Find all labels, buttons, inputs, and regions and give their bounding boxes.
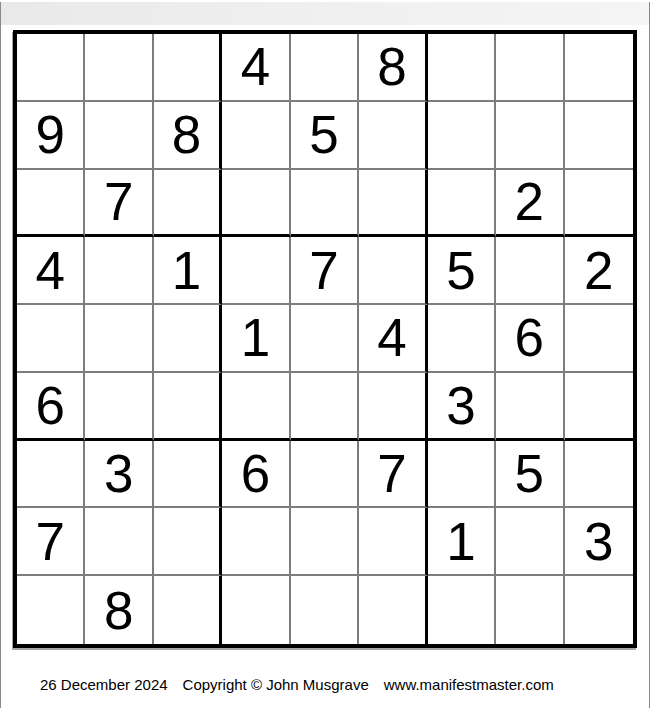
cell-r8c7[interactable]: 1 bbox=[428, 508, 496, 576]
cell-r5c7[interactable] bbox=[428, 305, 496, 373]
cell-r4c8[interactable] bbox=[496, 237, 564, 305]
cell-r1c8[interactable] bbox=[496, 34, 564, 102]
cell-r6c6[interactable] bbox=[359, 373, 427, 441]
cell-r3c3[interactable] bbox=[154, 170, 222, 238]
cell-r3c2[interactable]: 7 bbox=[85, 170, 153, 238]
cell-r5c2[interactable] bbox=[85, 305, 153, 373]
cell-r2c3[interactable]: 8 bbox=[154, 102, 222, 170]
cell-r2c7[interactable] bbox=[428, 102, 496, 170]
cell-r1c3[interactable] bbox=[154, 34, 222, 102]
cell-r1c4[interactable]: 4 bbox=[222, 34, 290, 102]
cell-r9c8[interactable] bbox=[496, 576, 564, 644]
cell-r6c2[interactable] bbox=[85, 373, 153, 441]
cell-r6c4[interactable] bbox=[222, 373, 290, 441]
cell-r7c7[interactable] bbox=[428, 441, 496, 509]
cell-r3c5[interactable] bbox=[291, 170, 359, 238]
page-header-bar bbox=[1, 2, 649, 25]
cell-r6c7[interactable]: 3 bbox=[428, 373, 496, 441]
cell-r1c5[interactable] bbox=[291, 34, 359, 102]
cell-r5c8[interactable]: 6 bbox=[496, 305, 564, 373]
cell-r6c1[interactable]: 6 bbox=[17, 373, 85, 441]
cell-r5c6[interactable]: 4 bbox=[359, 305, 427, 373]
cell-r4c6[interactable] bbox=[359, 237, 427, 305]
cell-r8c8[interactable] bbox=[496, 508, 564, 576]
cell-r7c3[interactable] bbox=[154, 441, 222, 509]
cell-r1c1[interactable] bbox=[17, 34, 85, 102]
cell-r7c5[interactable] bbox=[291, 441, 359, 509]
cell-r2c6[interactable] bbox=[359, 102, 427, 170]
cell-r3c7[interactable] bbox=[428, 170, 496, 238]
cell-r2c4[interactable] bbox=[222, 102, 290, 170]
cell-r6c9[interactable] bbox=[565, 373, 633, 441]
puzzle-date: 26 December 2024 bbox=[40, 676, 168, 693]
cell-r5c9[interactable] bbox=[565, 305, 633, 373]
cell-r1c2[interactable] bbox=[85, 34, 153, 102]
cell-r2c2[interactable] bbox=[85, 102, 153, 170]
cell-r5c1[interactable] bbox=[17, 305, 85, 373]
footer: 26 December 2024 Copyright © John Musgra… bbox=[40, 676, 554, 693]
cell-r9c1[interactable] bbox=[17, 576, 85, 644]
cell-r1c9[interactable] bbox=[565, 34, 633, 102]
cell-r8c9[interactable]: 3 bbox=[565, 508, 633, 576]
sudoku-grid: 4898572417521466336757138 bbox=[13, 30, 637, 648]
cell-r9c4[interactable] bbox=[222, 576, 290, 644]
cell-r4c7[interactable]: 5 bbox=[428, 237, 496, 305]
cell-r7c6[interactable]: 7 bbox=[359, 441, 427, 509]
cell-r4c9[interactable]: 2 bbox=[565, 237, 633, 305]
cell-r4c4[interactable] bbox=[222, 237, 290, 305]
cell-r7c1[interactable] bbox=[17, 441, 85, 509]
cell-r8c6[interactable] bbox=[359, 508, 427, 576]
cell-r7c4[interactable]: 6 bbox=[222, 441, 290, 509]
cell-r7c2[interactable]: 3 bbox=[85, 441, 153, 509]
cell-r1c7[interactable] bbox=[428, 34, 496, 102]
cell-r8c5[interactable] bbox=[291, 508, 359, 576]
cell-r9c9[interactable] bbox=[565, 576, 633, 644]
cell-r9c5[interactable] bbox=[291, 576, 359, 644]
page-left-edge bbox=[0, 2, 1, 708]
cell-r6c3[interactable] bbox=[154, 373, 222, 441]
website-link[interactable]: www.manifestmaster.com bbox=[384, 676, 554, 693]
copyright-notice: Copyright © John Musgrave bbox=[183, 676, 369, 693]
cell-r9c3[interactable] bbox=[154, 576, 222, 644]
cell-r7c8[interactable]: 5 bbox=[496, 441, 564, 509]
cell-r3c9[interactable] bbox=[565, 170, 633, 238]
cell-r7c9[interactable] bbox=[565, 441, 633, 509]
cell-r2c5[interactable]: 5 bbox=[291, 102, 359, 170]
cell-r3c1[interactable] bbox=[17, 170, 85, 238]
cell-r2c8[interactable] bbox=[496, 102, 564, 170]
cell-r8c2[interactable] bbox=[85, 508, 153, 576]
cell-r3c4[interactable] bbox=[222, 170, 290, 238]
cell-r8c1[interactable]: 7 bbox=[17, 508, 85, 576]
cell-r1c6[interactable]: 8 bbox=[359, 34, 427, 102]
cell-r3c8[interactable]: 2 bbox=[496, 170, 564, 238]
cell-r2c1[interactable]: 9 bbox=[17, 102, 85, 170]
cell-r4c3[interactable]: 1 bbox=[154, 237, 222, 305]
cell-r6c5[interactable] bbox=[291, 373, 359, 441]
cell-r5c4[interactable]: 1 bbox=[222, 305, 290, 373]
cell-r5c5[interactable] bbox=[291, 305, 359, 373]
cell-r4c1[interactable]: 4 bbox=[17, 237, 85, 305]
cell-r9c2[interactable]: 8 bbox=[85, 576, 153, 644]
cell-r3c6[interactable] bbox=[359, 170, 427, 238]
cell-r4c2[interactable] bbox=[85, 237, 153, 305]
cell-r6c8[interactable] bbox=[496, 373, 564, 441]
cell-r9c6[interactable] bbox=[359, 576, 427, 644]
cell-r9c7[interactable] bbox=[428, 576, 496, 644]
cell-r5c3[interactable] bbox=[154, 305, 222, 373]
puzzle-page: 4898572417521466336757138 26 December 20… bbox=[0, 0, 650, 720]
cell-r4c5[interactable]: 7 bbox=[291, 237, 359, 305]
cell-r8c4[interactable] bbox=[222, 508, 290, 576]
cell-r8c3[interactable] bbox=[154, 508, 222, 576]
cell-r2c9[interactable] bbox=[565, 102, 633, 170]
